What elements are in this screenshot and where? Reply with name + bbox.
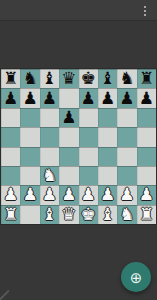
square-c8[interactable]: ♝ <box>40 69 59 88</box>
white-pawn[interactable]: ♟ <box>42 186 57 203</box>
square-h7[interactable]: ♟ <box>137 88 156 107</box>
white-pawn[interactable]: ♟ <box>139 186 154 203</box>
square-a6[interactable] <box>1 108 20 127</box>
square-g8[interactable]: ♞ <box>117 69 136 88</box>
black-pawn[interactable]: ♟ <box>42 89 57 106</box>
square-g1[interactable]: ♞ <box>117 205 136 224</box>
square-b2[interactable]: ♟ <box>20 185 39 204</box>
white-pawn[interactable]: ♟ <box>61 186 76 203</box>
square-h6[interactable] <box>137 108 156 127</box>
white-rook[interactable]: ♜ <box>139 205 154 222</box>
square-b6[interactable] <box>20 108 39 127</box>
square-g4[interactable] <box>117 147 136 166</box>
square-c1[interactable]: ♝ <box>40 205 59 224</box>
square-e5[interactable] <box>79 127 98 146</box>
white-bishop[interactable]: ♝ <box>42 205 57 222</box>
square-f3[interactable] <box>98 166 117 185</box>
square-g2[interactable]: ♟ <box>117 185 136 204</box>
white-pawn[interactable]: ♟ <box>81 186 96 203</box>
square-g6[interactable] <box>117 108 136 127</box>
black-bishop[interactable]: ♝ <box>42 70 57 87</box>
square-h3[interactable] <box>137 166 156 185</box>
square-c7[interactable]: ♟ <box>40 88 59 107</box>
white-pawn[interactable]: ♟ <box>22 186 37 203</box>
square-g5[interactable] <box>117 127 136 146</box>
square-g7[interactable]: ♟ <box>117 88 136 107</box>
square-e2[interactable]: ♟ <box>79 185 98 204</box>
square-e3[interactable] <box>79 166 98 185</box>
black-pawn[interactable]: ♟ <box>81 89 96 106</box>
black-pawn[interactable]: ♟ <box>22 89 37 106</box>
square-b8[interactable]: ♞ <box>20 69 39 88</box>
square-h1[interactable]: ♜ <box>137 205 156 224</box>
square-a5[interactable] <box>1 127 20 146</box>
white-rook[interactable]: ♜ <box>3 205 18 222</box>
black-knight[interactable]: ♞ <box>22 70 37 87</box>
black-pawn[interactable]: ♟ <box>3 89 18 106</box>
square-c3[interactable]: ♞ <box>40 166 59 185</box>
black-pawn[interactable]: ♟ <box>61 108 76 125</box>
square-f7[interactable]: ♟ <box>98 88 117 107</box>
square-b1[interactable] <box>20 205 39 224</box>
kebab-menu-icon[interactable] <box>139 5 151 17</box>
square-d2[interactable]: ♟ <box>59 185 78 204</box>
square-h2[interactable]: ♟ <box>137 185 156 204</box>
square-c5[interactable] <box>40 127 59 146</box>
square-c6[interactable] <box>40 108 59 127</box>
chess-board: ♜♞♝♛♚♝♞♜♟♟♟♟♟♟♟♟♞♟♟♟♟♟♟♟♟♜♝♛♚♝♞♜ <box>0 68 157 225</box>
square-a3[interactable] <box>1 166 20 185</box>
square-b7[interactable]: ♟ <box>20 88 39 107</box>
add-game-button[interactable]: ⊕ <box>121 262 151 292</box>
square-d6[interactable]: ♟ <box>59 108 78 127</box>
app-bar <box>0 0 157 21</box>
square-f6[interactable] <box>98 108 117 127</box>
black-pawn[interactable]: ♟ <box>139 89 154 106</box>
add-circle-plus-icon: ⊕ <box>130 270 143 285</box>
square-a4[interactable] <box>1 147 20 166</box>
square-e1[interactable]: ♚ <box>79 205 98 224</box>
white-knight[interactable]: ♞ <box>42 167 57 184</box>
square-e8[interactable]: ♚ <box>79 69 98 88</box>
black-queen[interactable]: ♛ <box>61 70 76 87</box>
black-king[interactable]: ♚ <box>81 70 96 87</box>
square-a8[interactable]: ♜ <box>1 69 20 88</box>
pencil-icon[interactable] <box>0 290 10 300</box>
square-b5[interactable] <box>20 127 39 146</box>
square-h8[interactable]: ♜ <box>137 69 156 88</box>
black-rook[interactable]: ♜ <box>3 70 18 87</box>
square-a2[interactable]: ♟ <box>1 185 20 204</box>
white-pawn[interactable]: ♟ <box>3 186 18 203</box>
square-c2[interactable]: ♟ <box>40 185 59 204</box>
square-c4[interactable] <box>40 147 59 166</box>
square-e4[interactable] <box>79 147 98 166</box>
square-e7[interactable]: ♟ <box>79 88 98 107</box>
black-bishop[interactable]: ♝ <box>100 70 115 87</box>
square-d1[interactable]: ♛ <box>59 205 78 224</box>
white-queen[interactable]: ♛ <box>61 205 76 222</box>
square-d8[interactable]: ♛ <box>59 69 78 88</box>
black-rook[interactable]: ♜ <box>139 70 154 87</box>
phone-screen: ♜♞♝♛♚♝♞♜♟♟♟♟♟♟♟♟♞♟♟♟♟♟♟♟♟♜♝♛♚♝♞♜ ⊕ <box>0 0 157 300</box>
square-d3[interactable] <box>59 166 78 185</box>
square-f1[interactable]: ♝ <box>98 205 117 224</box>
white-pawn[interactable]: ♟ <box>119 186 134 203</box>
square-d5[interactable] <box>59 127 78 146</box>
square-g3[interactable] <box>117 166 136 185</box>
black-pawn[interactable]: ♟ <box>100 89 115 106</box>
square-f8[interactable]: ♝ <box>98 69 117 88</box>
square-b4[interactable] <box>20 147 39 166</box>
white-knight[interactable]: ♞ <box>119 205 134 222</box>
square-f5[interactable] <box>98 127 117 146</box>
square-d7[interactable] <box>59 88 78 107</box>
white-king[interactable]: ♚ <box>81 205 96 222</box>
square-e6[interactable] <box>79 108 98 127</box>
square-a7[interactable]: ♟ <box>1 88 20 107</box>
square-a1[interactable]: ♜ <box>1 205 20 224</box>
square-d4[interactable] <box>59 147 78 166</box>
square-h4[interactable] <box>137 147 156 166</box>
white-pawn[interactable]: ♟ <box>100 186 115 203</box>
square-f2[interactable]: ♟ <box>98 185 117 204</box>
square-b3[interactable] <box>20 166 39 185</box>
white-bishop[interactable]: ♝ <box>100 205 115 222</box>
square-f4[interactable] <box>98 147 117 166</box>
black-pawn[interactable]: ♟ <box>119 89 134 106</box>
black-knight[interactable]: ♞ <box>119 70 134 87</box>
square-h5[interactable] <box>137 127 156 146</box>
